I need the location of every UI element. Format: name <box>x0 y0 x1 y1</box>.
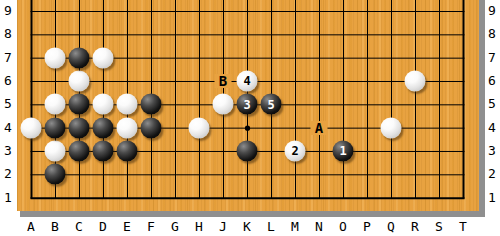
go-board[interactable]: 42351AB <box>17 0 479 211</box>
black-stone-C7[interactable] <box>69 47 90 68</box>
white-stone-J5[interactable] <box>213 94 234 115</box>
row-label-right-9: 9 <box>484 4 500 18</box>
white-stone-B5[interactable] <box>45 94 66 115</box>
move-number-label: 3 <box>243 98 250 110</box>
row-label-left-5: 5 <box>0 97 16 111</box>
row-label-left-8: 8 <box>0 27 16 41</box>
white-stone-A4[interactable] <box>21 117 42 138</box>
row-label-left-1: 1 <box>0 191 16 205</box>
row-label-left-7: 7 <box>0 51 16 65</box>
column-label-J: J <box>215 220 231 234</box>
column-label-P: P <box>359 220 375 234</box>
black-stone-B4[interactable] <box>45 117 66 138</box>
white-stone-M3[interactable]: 2 <box>285 140 306 161</box>
board-shadow-bottom <box>20 211 485 217</box>
column-label-G: G <box>167 220 183 234</box>
black-stone-F4[interactable] <box>141 117 162 138</box>
column-label-D: D <box>95 220 111 234</box>
black-stone-K5[interactable]: 3 <box>237 94 258 115</box>
white-stone-R6[interactable] <box>405 70 426 91</box>
black-stone-C4[interactable] <box>69 117 90 138</box>
row-label-left-2: 2 <box>0 167 16 181</box>
star-point-K4 <box>245 126 250 131</box>
column-label-T: T <box>455 220 471 234</box>
black-stone-C5[interactable] <box>69 94 90 115</box>
column-label-C: C <box>71 220 87 234</box>
column-label-K: K <box>239 220 255 234</box>
black-stone-D4[interactable] <box>93 117 114 138</box>
white-stone-H4[interactable] <box>189 117 210 138</box>
column-label-O: O <box>335 220 351 234</box>
column-label-M: M <box>287 220 303 234</box>
white-stone-E4[interactable] <box>117 117 138 138</box>
black-stone-E3[interactable] <box>117 140 138 161</box>
white-stone-B3[interactable] <box>45 140 66 161</box>
white-stone-D5[interactable] <box>93 94 114 115</box>
move-number-label: 4 <box>243 75 250 87</box>
row-label-left-3: 3 <box>0 144 16 158</box>
column-label-E: E <box>119 220 135 234</box>
black-stone-D3[interactable] <box>93 140 114 161</box>
row-label-right-3: 3 <box>484 144 500 158</box>
row-label-left-4: 4 <box>0 121 16 135</box>
white-stone-Q4[interactable] <box>381 117 402 138</box>
column-label-F: F <box>143 220 159 234</box>
white-stone-D7[interactable] <box>93 47 114 68</box>
row-label-right-7: 7 <box>484 51 500 65</box>
mark-label-A[interactable]: A <box>311 121 328 135</box>
column-label-Q: Q <box>383 220 399 234</box>
row-label-right-4: 4 <box>484 121 500 135</box>
black-stone-B2[interactable] <box>45 164 66 185</box>
row-label-right-6: 6 <box>484 74 500 88</box>
move-number-label: 5 <box>267 98 274 110</box>
column-label-L: L <box>263 220 279 234</box>
column-label-B: B <box>47 220 63 234</box>
move-number-label: 2 <box>291 145 298 157</box>
column-label-A: A <box>23 220 39 234</box>
black-stone-K3[interactable] <box>237 140 258 161</box>
white-stone-C6[interactable] <box>69 70 90 91</box>
row-label-right-8: 8 <box>484 27 500 41</box>
column-label-R: R <box>407 220 423 234</box>
column-label-S: S <box>431 220 447 234</box>
column-label-H: H <box>191 220 207 234</box>
black-stone-C3[interactable] <box>69 140 90 161</box>
mark-label-B[interactable]: B <box>215 74 232 88</box>
row-label-right-5: 5 <box>484 97 500 111</box>
go-diagram-screen: 42351AB 987654321 987654321 ABCDEFGHJKLM… <box>0 0 500 236</box>
row-label-right-1: 1 <box>484 191 500 205</box>
row-label-right-2: 2 <box>484 167 500 181</box>
white-stone-B7[interactable] <box>45 47 66 68</box>
column-label-N: N <box>311 220 327 234</box>
white-stone-K6[interactable]: 4 <box>237 70 258 91</box>
white-stone-E5[interactable] <box>117 94 138 115</box>
row-label-left-9: 9 <box>0 4 16 18</box>
black-stone-L5[interactable]: 5 <box>261 94 282 115</box>
black-stone-O3[interactable]: 1 <box>333 140 354 161</box>
row-label-left-6: 6 <box>0 74 16 88</box>
move-number-label: 1 <box>339 145 346 157</box>
black-stone-F5[interactable] <box>141 94 162 115</box>
